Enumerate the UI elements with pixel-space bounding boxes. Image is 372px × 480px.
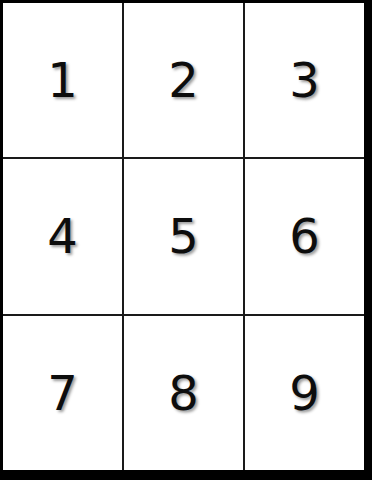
number-grid: 1 2 3 4 5 6 7 8 9: [3, 3, 364, 470]
cell-r3c3[interactable]: 9: [245, 316, 364, 470]
cell-r2c2[interactable]: 5: [124, 159, 243, 313]
puzzle-board: 1 2 3 4 5 6 7 8 9: [0, 0, 372, 480]
cell-r2c3[interactable]: 6: [245, 159, 364, 313]
cell-r2c1[interactable]: 4: [3, 159, 122, 313]
cell-r1c1[interactable]: 1: [3, 3, 122, 157]
cell-r1c2[interactable]: 2: [124, 3, 243, 157]
cell-r3c2[interactable]: 8: [124, 316, 243, 470]
cell-r3c1[interactable]: 7: [3, 316, 122, 470]
cell-r1c3[interactable]: 3: [245, 3, 364, 157]
